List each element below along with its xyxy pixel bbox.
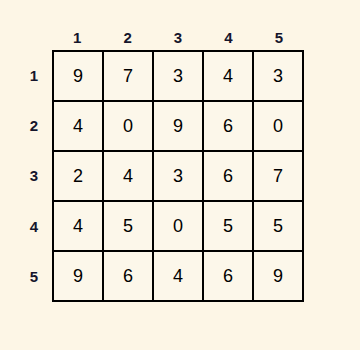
cell-r2-c5[interactable]: 0 <box>254 102 302 150</box>
cell-r4-c2[interactable]: 5 <box>104 202 152 250</box>
row-label-3: 3 <box>22 151 46 201</box>
number-grid-diagram: 12345 12345 9734340960243674505596469 <box>0 0 360 350</box>
col-label-3: 3 <box>153 27 203 48</box>
cell-r2-c4[interactable]: 6 <box>204 102 252 150</box>
cell-r3-c4[interactable]: 6 <box>204 152 252 200</box>
cell-r2-c2[interactable]: 0 <box>104 102 152 150</box>
cell-r4-c5[interactable]: 5 <box>254 202 302 250</box>
cell-r1-c2[interactable]: 7 <box>104 52 152 100</box>
cell-r3-c5[interactable]: 7 <box>254 152 302 200</box>
cell-r1-c4[interactable]: 4 <box>204 52 252 100</box>
cell-r3-c3[interactable]: 3 <box>154 152 202 200</box>
cell-r5-c1[interactable]: 9 <box>54 252 102 300</box>
cell-r4-c1[interactable]: 4 <box>54 202 102 250</box>
row-label-5: 5 <box>22 252 46 302</box>
row-label-2: 2 <box>22 100 46 150</box>
cell-r3-c1[interactable]: 2 <box>54 152 102 200</box>
col-label-1: 1 <box>52 27 102 48</box>
cell-r5-c3[interactable]: 4 <box>154 252 202 300</box>
cell-r1-c5[interactable]: 3 <box>254 52 302 100</box>
cell-r4-c3[interactable]: 0 <box>154 202 202 250</box>
col-label-2: 2 <box>102 27 152 48</box>
column-labels: 12345 <box>52 27 304 48</box>
col-label-5: 5 <box>254 27 304 48</box>
row-labels: 12345 <box>22 50 46 302</box>
cell-r1-c3[interactable]: 3 <box>154 52 202 100</box>
cell-r5-c4[interactable]: 6 <box>204 252 252 300</box>
cell-r4-c4[interactable]: 5 <box>204 202 252 250</box>
cell-r5-c5[interactable]: 9 <box>254 252 302 300</box>
grid-board: 9734340960243674505596469 <box>52 50 304 302</box>
row-label-4: 4 <box>22 201 46 251</box>
cell-r1-c1[interactable]: 9 <box>54 52 102 100</box>
cell-r2-c1[interactable]: 4 <box>54 102 102 150</box>
cell-r3-c2[interactable]: 4 <box>104 152 152 200</box>
cell-r5-c2[interactable]: 6 <box>104 252 152 300</box>
row-label-1: 1 <box>22 50 46 100</box>
col-label-4: 4 <box>203 27 253 48</box>
cell-r2-c3[interactable]: 9 <box>154 102 202 150</box>
